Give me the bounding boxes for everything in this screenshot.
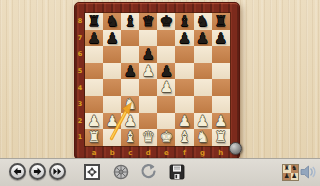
- square-g6[interactable]: [194, 46, 212, 63]
- square-b7[interactable]: ♟: [103, 30, 121, 47]
- square-h8[interactable]: ♜: [212, 13, 230, 30]
- square-f6[interactable]: [175, 46, 193, 63]
- black-pawn-f7[interactable]: ♟: [175, 30, 193, 47]
- mini-square-pawn-2: ♟: [291, 173, 299, 181]
- square-g5[interactable]: [194, 63, 212, 80]
- square-c7[interactable]: [121, 30, 139, 47]
- rank-label-8: 8: [75, 13, 85, 30]
- rank-label-2: 2: [75, 113, 85, 130]
- black-pawn-e5[interactable]: ♟: [157, 63, 175, 80]
- arrow-right-icon: [33, 167, 42, 176]
- square-e8[interactable]: ♚: [157, 13, 175, 30]
- square-a7[interactable]: ♟: [85, 30, 103, 47]
- toolbar: ♜ ♞ ♟ ♟: [0, 158, 320, 186]
- square-g3[interactable]: [194, 96, 212, 113]
- black-rook-a8[interactable]: ♜: [85, 13, 103, 30]
- fast-forward-button[interactable]: [49, 163, 66, 180]
- square-e6[interactable]: [157, 46, 175, 63]
- square-d8[interactable]: ♛: [139, 13, 157, 30]
- square-c6[interactable]: [121, 46, 139, 63]
- square-f4[interactable]: [175, 79, 193, 96]
- white-rook-a1[interactable]: ♜: [85, 129, 103, 146]
- square-d2[interactable]: [139, 113, 157, 130]
- rank-label-5: 5: [75, 63, 85, 80]
- square-b5[interactable]: [103, 63, 121, 80]
- square-e2[interactable]: [157, 113, 175, 130]
- chess-board[interactable]: ♜♞♝♛♚♝♞♜♟♟♟♟♟♟♟♟♟♟♞♟♟♟♟♟♟♜♝♛♚♝♞♜: [85, 13, 230, 146]
- square-e3[interactable]: [157, 96, 175, 113]
- square-c8[interactable]: ♝: [121, 13, 139, 30]
- rank-label-4: 4: [75, 79, 85, 96]
- forward-button[interactable]: [29, 163, 46, 180]
- white-pawn-a2[interactable]: ♟: [85, 113, 103, 130]
- black-pawn-d6[interactable]: ♟: [139, 46, 157, 63]
- square-e7[interactable]: [157, 30, 175, 47]
- corner-knob: [229, 142, 242, 155]
- white-queen-d1[interactable]: ♛: [139, 129, 157, 146]
- square-g1[interactable]: ♞: [194, 129, 212, 146]
- square-d6[interactable]: ♟: [139, 46, 157, 63]
- square-e5[interactable]: ♟: [157, 63, 175, 80]
- rotate-icon: [140, 163, 157, 180]
- white-king-e1[interactable]: ♚: [157, 129, 175, 146]
- square-g4[interactable]: [194, 79, 212, 96]
- square-d4[interactable]: [139, 79, 157, 96]
- black-queen-d8[interactable]: ♛: [139, 13, 157, 30]
- square-e4[interactable]: ♟: [157, 79, 175, 96]
- save-icon: [169, 164, 185, 180]
- square-f8[interactable]: ♝: [175, 13, 193, 30]
- white-knight-c3[interactable]: ♞: [121, 96, 139, 113]
- square-b2[interactable]: ♟: [103, 113, 121, 130]
- square-d3[interactable]: [139, 96, 157, 113]
- black-pawn-g7[interactable]: ♟: [194, 30, 212, 47]
- square-c1[interactable]: ♝: [121, 129, 139, 146]
- square-c3[interactable]: ♞: [121, 96, 139, 113]
- square-a2[interactable]: ♟: [85, 113, 103, 130]
- square-d1[interactable]: ♛: [139, 129, 157, 146]
- white-rook-h1[interactable]: ♜: [212, 129, 230, 146]
- black-knight-b8[interactable]: ♞: [103, 13, 121, 30]
- back-button[interactable]: [9, 163, 26, 180]
- expand-icon: [84, 164, 100, 180]
- square-g8[interactable]: ♞: [194, 13, 212, 30]
- white-pawn-f2[interactable]: ♟: [175, 113, 193, 130]
- square-h3[interactable]: [212, 96, 230, 113]
- chess-app-window: 87654321 ♜♞♝♛♚♝♞♜♟♟♟♟♟♟♟♟♟♟♞♟♟♟♟♟♟♜♝♛♚♝♞…: [0, 0, 320, 186]
- square-f7[interactable]: ♟: [175, 30, 193, 47]
- white-knight-g1[interactable]: ♞: [194, 129, 212, 146]
- square-f2[interactable]: ♟: [175, 113, 193, 130]
- square-f5[interactable]: [175, 63, 193, 80]
- square-a8[interactable]: ♜: [85, 13, 103, 30]
- sound-button[interactable]: [300, 164, 317, 180]
- fullscreen-button[interactable]: [84, 164, 100, 180]
- speaker-icon: [300, 164, 317, 180]
- wheel-button[interactable]: [113, 164, 129, 180]
- square-d7[interactable]: [139, 30, 157, 47]
- arrow-left-icon: [13, 167, 22, 176]
- black-pawn-h7[interactable]: ♟: [212, 30, 230, 47]
- square-b6[interactable]: [103, 46, 121, 63]
- mini-square-pawn-1: ♟: [283, 173, 291, 181]
- board-frame: 87654321 ♜♞♝♛♚♝♞♜♟♟♟♟♟♟♟♟♟♟♞♟♟♟♟♟♟♜♝♛♚♝♞…: [74, 2, 240, 160]
- square-a1[interactable]: ♜: [85, 129, 103, 146]
- square-b1[interactable]: [103, 129, 121, 146]
- square-b8[interactable]: ♞: [103, 13, 121, 30]
- square-d5[interactable]: ♟: [139, 63, 157, 80]
- white-pawn-c2[interactable]: ♟: [121, 113, 139, 130]
- square-e1[interactable]: ♚: [157, 129, 175, 146]
- black-pawn-c5[interactable]: ♟: [121, 63, 139, 80]
- square-g7[interactable]: ♟: [194, 30, 212, 47]
- piece-set-button[interactable]: ♜ ♞ ♟ ♟: [282, 164, 299, 181]
- square-h5[interactable]: [212, 63, 230, 80]
- rank-label-3: 3: [75, 96, 85, 113]
- square-h2[interactable]: ♟: [212, 113, 230, 130]
- white-pawn-b2[interactable]: ♟: [103, 113, 121, 130]
- white-pawn-d5[interactable]: ♟: [139, 63, 157, 80]
- square-h4[interactable]: [212, 79, 230, 96]
- rank-labels: 87654321: [75, 13, 85, 146]
- black-pawn-a7[interactable]: ♟: [85, 30, 103, 47]
- white-bishop-f1[interactable]: ♝: [175, 129, 193, 146]
- rank-label-6: 6: [75, 46, 85, 63]
- square-b4[interactable]: [103, 79, 121, 96]
- black-pawn-b7[interactable]: ♟: [103, 30, 121, 47]
- square-f1[interactable]: ♝: [175, 129, 193, 146]
- square-a5[interactable]: [85, 63, 103, 80]
- double-arrow-right-icon: [53, 167, 62, 176]
- black-rook-h8[interactable]: ♜: [212, 13, 230, 30]
- square-a6[interactable]: [85, 46, 103, 63]
- square-h7[interactable]: ♟: [212, 30, 230, 47]
- rank-label-1: 1: [75, 129, 85, 146]
- square-a3[interactable]: [85, 96, 103, 113]
- square-c4[interactable]: [121, 79, 139, 96]
- white-bishop-c1[interactable]: ♝: [121, 129, 139, 146]
- square-c2[interactable]: ♟: [121, 113, 139, 130]
- save-button[interactable]: [169, 164, 185, 180]
- black-bishop-f8[interactable]: ♝: [175, 13, 193, 30]
- rank-label-7: 7: [75, 30, 85, 47]
- white-pawn-h2[interactable]: ♟: [212, 113, 230, 130]
- black-king-e8[interactable]: ♚: [157, 13, 175, 30]
- square-h6[interactable]: [212, 46, 230, 63]
- black-bishop-c8[interactable]: ♝: [121, 13, 139, 30]
- white-pawn-e4[interactable]: ♟: [157, 79, 175, 96]
- square-b3[interactable]: [103, 96, 121, 113]
- square-f3[interactable]: [175, 96, 193, 113]
- rotate-button[interactable]: [140, 163, 157, 180]
- wheel-icon: [113, 164, 129, 180]
- white-pawn-g2[interactable]: ♟: [194, 113, 212, 130]
- square-c5[interactable]: ♟: [121, 63, 139, 80]
- square-a4[interactable]: [85, 79, 103, 96]
- square-h1[interactable]: ♜: [212, 129, 230, 146]
- square-g2[interactable]: ♟: [194, 113, 212, 130]
- black-knight-g8[interactable]: ♞: [194, 13, 212, 30]
